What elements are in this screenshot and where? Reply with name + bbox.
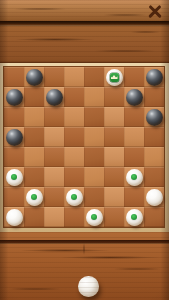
wood-grain: [15, 38, 95, 41]
board-square[interactable]: [144, 127, 164, 147]
mid-wood-plank: [0, 26, 169, 62]
board-square[interactable]: [4, 67, 24, 87]
board-square[interactable]: [124, 147, 144, 167]
crown-icon: [111, 75, 118, 80]
board-square[interactable]: [44, 207, 64, 227]
checker-piece-white[interactable]: [126, 209, 143, 226]
board-square[interactable]: [84, 147, 104, 167]
board-square[interactable]: [84, 127, 104, 147]
board-square[interactable]: [64, 167, 84, 187]
board-square[interactable]: [44, 107, 64, 127]
board-square[interactable]: [84, 87, 104, 107]
table-surface: [0, 232, 169, 300]
board-square[interactable]: [144, 147, 164, 167]
board-square[interactable]: [104, 87, 124, 107]
board-square[interactable]: [104, 207, 124, 227]
board-square[interactable]: [4, 187, 24, 207]
checker-piece-black: [146, 109, 163, 126]
board-square[interactable]: [24, 207, 44, 227]
checker-piece-white[interactable]: [6, 169, 23, 186]
board-square[interactable]: [124, 187, 144, 207]
board-square[interactable]: [124, 107, 144, 127]
movable-indicator-dot: [131, 174, 137, 180]
checker-piece-black: [146, 69, 163, 86]
wood-grain: [83, 242, 85, 256]
board-square[interactable]: [4, 147, 24, 167]
checker-piece-white[interactable]: [6, 209, 23, 226]
wood-grain: [128, 31, 163, 33]
checker-piece-white[interactable]: [126, 169, 143, 186]
checker-piece-black: [6, 129, 23, 146]
checker-piece-black: [126, 89, 143, 106]
checker-piece-black: [46, 89, 63, 106]
wood-grain: [5, 288, 65, 290]
board-square[interactable]: [24, 147, 44, 167]
movable-indicator-dot: [91, 214, 97, 220]
board-square[interactable]: [84, 187, 104, 207]
board-square[interactable]: [44, 147, 64, 167]
wood-grain: [100, 14, 150, 16]
board-square[interactable]: [124, 127, 144, 147]
board-square[interactable]: [104, 127, 124, 147]
board-square[interactable]: [44, 67, 64, 87]
board-square[interactable]: [44, 167, 64, 187]
checker-piece-white[interactable]: [86, 209, 103, 226]
board-square[interactable]: [24, 127, 44, 147]
table-seam: [0, 240, 169, 244]
movable-indicator-dot: [11, 174, 17, 180]
board-square[interactable]: [24, 87, 44, 107]
board-square[interactable]: [64, 207, 84, 227]
movable-indicator-dot: [71, 194, 77, 200]
wood-grain: [90, 50, 160, 52]
movable-indicator-dot: [131, 214, 137, 220]
checker-piece-black: [6, 89, 23, 106]
wood-grain: [10, 8, 70, 10]
board-square[interactable]: [104, 187, 124, 207]
spare-white-marble: [78, 276, 99, 297]
game-screen: [0, 0, 169, 300]
board-square[interactable]: [64, 67, 84, 87]
checker-piece-white[interactable]: [26, 189, 43, 206]
board-square[interactable]: [104, 107, 124, 127]
board-square[interactable]: [44, 127, 64, 147]
board-square[interactable]: [64, 107, 84, 127]
board-square[interactable]: [24, 167, 44, 187]
checkers-board: [0, 62, 169, 233]
checker-piece-white[interactable]: [66, 189, 83, 206]
board-square[interactable]: [144, 167, 164, 187]
board-square[interactable]: [44, 187, 64, 207]
king-crown-badge: [110, 73, 119, 82]
checker-piece-white[interactable]: [146, 189, 163, 206]
checker-piece-white-king[interactable]: [106, 69, 123, 86]
wood-grain: [110, 268, 165, 270]
board-square[interactable]: [84, 67, 104, 87]
board-square[interactable]: [84, 167, 104, 187]
board-square[interactable]: [144, 207, 164, 227]
movable-indicator-dot: [31, 194, 37, 200]
board-square[interactable]: [24, 107, 44, 127]
board-square[interactable]: [144, 87, 164, 107]
board-square[interactable]: [64, 127, 84, 147]
wood-grain: [60, 256, 160, 259]
board-square[interactable]: [104, 147, 124, 167]
board-square[interactable]: [104, 167, 124, 187]
board-square[interactable]: [64, 87, 84, 107]
board-square[interactable]: [64, 147, 84, 167]
board-square[interactable]: [124, 67, 144, 87]
checker-piece-black: [26, 69, 43, 86]
board-square[interactable]: [4, 107, 24, 127]
wood-grain: [20, 249, 110, 252]
board-square[interactable]: [84, 107, 104, 127]
close-button[interactable]: [144, 1, 166, 21]
